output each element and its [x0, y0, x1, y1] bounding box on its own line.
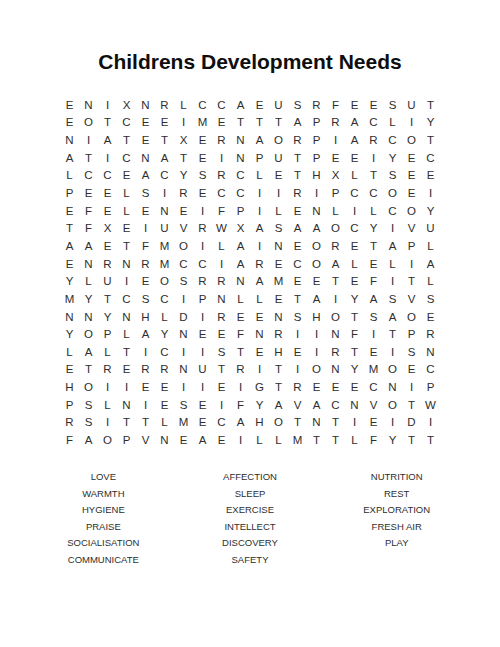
grid-cell-r15c16[interactable]: T	[345, 343, 364, 361]
grid-cell-r6c17[interactable]: C	[364, 184, 383, 202]
grid-cell-r7c11[interactable]: I	[250, 202, 269, 220]
grid-cell-r17c10[interactable]: I	[231, 378, 250, 396]
grid-cell-r10c5[interactable]: R	[136, 255, 155, 273]
grid-cell-r18c10[interactable]: F	[231, 396, 250, 414]
grid-cell-r13c18[interactable]: A	[383, 308, 402, 326]
grid-cell-r5c1[interactable]: L	[60, 167, 79, 185]
grid-cell-r16c8[interactable]: U	[193, 361, 212, 379]
grid-cell-r18c2[interactable]: S	[79, 396, 98, 414]
grid-cell-r17c5[interactable]: E	[136, 378, 155, 396]
grid-cell-r3c12[interactable]: O	[269, 131, 288, 149]
grid-cell-r2c9[interactable]: E	[212, 114, 231, 132]
grid-cell-r8c13[interactable]: A	[288, 219, 307, 237]
grid-cell-r9c15[interactable]: R	[326, 237, 345, 255]
grid-cell-r1c16[interactable]: E	[345, 96, 364, 114]
grid-cell-r3c1[interactable]: N	[60, 131, 79, 149]
grid-cell-r14c18[interactable]: T	[383, 325, 402, 343]
grid-cell-r20c3[interactable]: O	[98, 431, 117, 449]
grid-cell-r5c4[interactable]: E	[117, 167, 136, 185]
grid-cell-r8c11[interactable]: A	[250, 219, 269, 237]
grid-cell-r16c4[interactable]: E	[117, 361, 136, 379]
grid-cell-r10c6[interactable]: M	[155, 255, 174, 273]
grid-cell-r14c6[interactable]: Y	[155, 325, 174, 343]
grid-cell-r15c6[interactable]: C	[155, 343, 174, 361]
grid-cell-r15c12[interactable]: H	[269, 343, 288, 361]
grid-cell-r8c4[interactable]: E	[117, 219, 136, 237]
grid-cell-r17c17[interactable]: C	[364, 378, 383, 396]
grid-cell-r17c11[interactable]: G	[250, 378, 269, 396]
grid-cell-r17c9[interactable]: E	[212, 378, 231, 396]
grid-cell-r6c14[interactable]: I	[307, 184, 326, 202]
grid-cell-r16c10[interactable]: R	[231, 361, 250, 379]
grid-cell-r5c2[interactable]: C	[79, 167, 98, 185]
grid-cell-r7c13[interactable]: E	[288, 202, 307, 220]
grid-cell-r5c11[interactable]: L	[250, 167, 269, 185]
grid-cell-r20c19[interactable]: T	[402, 431, 421, 449]
grid-cell-r17c12[interactable]: T	[269, 378, 288, 396]
grid-cell-r20c1[interactable]: F	[60, 431, 79, 449]
grid-cell-r2c5[interactable]: E	[136, 114, 155, 132]
grid-cell-r1c12[interactable]: U	[269, 96, 288, 114]
grid-cell-r1c9[interactable]: C	[212, 96, 231, 114]
grid-cell-r7c15[interactable]: L	[326, 202, 345, 220]
grid-cell-r14c14[interactable]: I	[307, 325, 326, 343]
grid-cell-r9c6[interactable]: M	[155, 237, 174, 255]
grid-cell-r18c19[interactable]: T	[402, 396, 421, 414]
grid-cell-r16c3[interactable]: R	[98, 361, 117, 379]
grid-cell-r10c1[interactable]: E	[60, 255, 79, 273]
grid-cell-r8c5[interactable]: I	[136, 219, 155, 237]
grid-cell-r1c10[interactable]: A	[231, 96, 250, 114]
grid-cell-r9c18[interactable]: A	[383, 237, 402, 255]
grid-cell-r14c19[interactable]: P	[402, 325, 421, 343]
grid-cell-r2c10[interactable]: T	[231, 114, 250, 132]
grid-cell-r18c1[interactable]: P	[60, 396, 79, 414]
grid-cell-r12c7[interactable]: I	[174, 290, 193, 308]
grid-cell-r6c5[interactable]: S	[136, 184, 155, 202]
grid-cell-r12c12[interactable]: E	[269, 290, 288, 308]
grid-cell-r10c19[interactable]: I	[402, 255, 421, 273]
grid-cell-r10c7[interactable]: C	[174, 255, 193, 273]
grid-cell-r2c3[interactable]: T	[98, 114, 117, 132]
grid-cell-r7c19[interactable]: O	[402, 202, 421, 220]
grid-cell-r18c11[interactable]: Y	[250, 396, 269, 414]
grid-cell-r6c6[interactable]: I	[155, 184, 174, 202]
grid-cell-r8c17[interactable]: Y	[364, 219, 383, 237]
grid-cell-r4c10[interactable]: N	[231, 149, 250, 167]
grid-cell-r4c17[interactable]: I	[364, 149, 383, 167]
grid-cell-r14c16[interactable]: F	[345, 325, 364, 343]
grid-cell-r5c10[interactable]: C	[231, 167, 250, 185]
grid-cell-r15c4[interactable]: T	[117, 343, 136, 361]
grid-cell-r20c7[interactable]: E	[174, 431, 193, 449]
grid-cell-r15c8[interactable]: I	[193, 343, 212, 361]
grid-cell-r15c13[interactable]: E	[288, 343, 307, 361]
grid-cell-r20c4[interactable]: P	[117, 431, 136, 449]
grid-cell-r8c15[interactable]: O	[326, 219, 345, 237]
grid-cell-r1c6[interactable]: R	[155, 96, 174, 114]
grid-cell-r19c17[interactable]: E	[364, 414, 383, 432]
grid-cell-r18c18[interactable]: O	[383, 396, 402, 414]
grid-cell-r14c11[interactable]: N	[250, 325, 269, 343]
grid-cell-r2c2[interactable]: O	[79, 114, 98, 132]
grid-cell-r9c1[interactable]: A	[60, 237, 79, 255]
grid-cell-r12c19[interactable]: V	[402, 290, 421, 308]
grid-cell-r15c2[interactable]: A	[79, 343, 98, 361]
grid-cell-r4c1[interactable]: A	[60, 149, 79, 167]
grid-cell-r4c4[interactable]: C	[117, 149, 136, 167]
grid-cell-r3c19[interactable]: O	[402, 131, 421, 149]
grid-cell-r3c14[interactable]: P	[307, 131, 326, 149]
grid-cell-r11c2[interactable]: L	[79, 272, 98, 290]
grid-cell-r17c8[interactable]: I	[193, 378, 212, 396]
grid-cell-r6c9[interactable]: C	[212, 184, 231, 202]
grid-cell-r12c11[interactable]: L	[250, 290, 269, 308]
grid-cell-r4c18[interactable]: Y	[383, 149, 402, 167]
grid-cell-r16c5[interactable]: R	[136, 361, 155, 379]
grid-cell-r18c13[interactable]: V	[288, 396, 307, 414]
grid-cell-r6c16[interactable]: C	[345, 184, 364, 202]
grid-cell-r7c1[interactable]: E	[60, 202, 79, 220]
grid-cell-r19c2[interactable]: S	[79, 414, 98, 432]
grid-cell-r3c9[interactable]: R	[212, 131, 231, 149]
grid-cell-r4c16[interactable]: E	[345, 149, 364, 167]
grid-cell-r2c12[interactable]: T	[269, 114, 288, 132]
grid-cell-r19c14[interactable]: N	[307, 414, 326, 432]
grid-cell-r3c8[interactable]: E	[193, 131, 212, 149]
grid-cell-r3c13[interactable]: R	[288, 131, 307, 149]
grid-cell-r19c16[interactable]: I	[345, 414, 364, 432]
grid-cell-r19c3[interactable]: I	[98, 414, 117, 432]
grid-cell-r13c6[interactable]: L	[155, 308, 174, 326]
grid-cell-r6c7[interactable]: R	[174, 184, 193, 202]
grid-cell-r16c7[interactable]: N	[174, 361, 193, 379]
grid-cell-r7c17[interactable]: L	[364, 202, 383, 220]
grid-cell-r7c16[interactable]: I	[345, 202, 364, 220]
grid-cell-r11c10[interactable]: N	[231, 272, 250, 290]
grid-cell-r11c1[interactable]: Y	[60, 272, 79, 290]
grid-cell-r20c17[interactable]: F	[364, 431, 383, 449]
grid-cell-r1c17[interactable]: E	[364, 96, 383, 114]
grid-cell-r9c5[interactable]: F	[136, 237, 155, 255]
grid-cell-r13c8[interactable]: I	[193, 308, 212, 326]
grid-cell-r19c13[interactable]: T	[288, 414, 307, 432]
grid-cell-r4c15[interactable]: E	[326, 149, 345, 167]
grid-cell-r20c20[interactable]: T	[421, 431, 440, 449]
grid-cell-r18c4[interactable]: N	[117, 396, 136, 414]
grid-cell-r10c13[interactable]: C	[288, 255, 307, 273]
grid-cell-r9c9[interactable]: L	[212, 237, 231, 255]
grid-cell-r14c15[interactable]: N	[326, 325, 345, 343]
grid-cell-r4c14[interactable]: P	[307, 149, 326, 167]
grid-cell-r11c11[interactable]: A	[250, 272, 269, 290]
grid-cell-r20c18[interactable]: Y	[383, 431, 402, 449]
grid-cell-r13c4[interactable]: N	[117, 308, 136, 326]
grid-cell-r5c20[interactable]: E	[421, 167, 440, 185]
grid-cell-r10c3[interactable]: R	[98, 255, 117, 273]
grid-cell-r1c14[interactable]: R	[307, 96, 326, 114]
grid-cell-r1c8[interactable]: C	[193, 96, 212, 114]
grid-cell-r12c17[interactable]: A	[364, 290, 383, 308]
grid-cell-r3c17[interactable]: R	[364, 131, 383, 149]
grid-cell-r20c8[interactable]: A	[193, 431, 212, 449]
grid-cell-r3c16[interactable]: A	[345, 131, 364, 149]
grid-cell-r5c5[interactable]: A	[136, 167, 155, 185]
grid-cell-r8c10[interactable]: X	[231, 219, 250, 237]
grid-cell-r9c13[interactable]: E	[288, 237, 307, 255]
grid-cell-r7c6[interactable]: N	[155, 202, 174, 220]
grid-cell-r19c4[interactable]: T	[117, 414, 136, 432]
grid-cell-r14c7[interactable]: N	[174, 325, 193, 343]
grid-cell-r9c10[interactable]: A	[231, 237, 250, 255]
grid-cell-r7c5[interactable]: E	[136, 202, 155, 220]
grid-cell-r4c11[interactable]: P	[250, 149, 269, 167]
grid-cell-r8c9[interactable]: W	[212, 219, 231, 237]
grid-cell-r9c17[interactable]: T	[364, 237, 383, 255]
grid-cell-r12c18[interactable]: S	[383, 290, 402, 308]
grid-cell-r20c16[interactable]: L	[345, 431, 364, 449]
grid-cell-r7c4[interactable]: L	[117, 202, 136, 220]
grid-cell-r13c9[interactable]: R	[212, 308, 231, 326]
grid-cell-r3c5[interactable]: E	[136, 131, 155, 149]
grid-cell-r8c16[interactable]: C	[345, 219, 364, 237]
grid-cell-r9c12[interactable]: N	[269, 237, 288, 255]
grid-cell-r13c10[interactable]: E	[231, 308, 250, 326]
grid-cell-r11c16[interactable]: E	[345, 272, 364, 290]
grid-cell-r5c3[interactable]: C	[98, 167, 117, 185]
grid-cell-r18c7[interactable]: S	[174, 396, 193, 414]
grid-cell-r18c3[interactable]: L	[98, 396, 117, 414]
grid-cell-r12c20[interactable]: S	[421, 290, 440, 308]
grid-cell-r20c14[interactable]: T	[307, 431, 326, 449]
grid-cell-r2c11[interactable]: T	[250, 114, 269, 132]
grid-cell-r16c1[interactable]: E	[60, 361, 79, 379]
grid-cell-r11c13[interactable]: E	[288, 272, 307, 290]
grid-cell-r12c6[interactable]: C	[155, 290, 174, 308]
grid-cell-r15c18[interactable]: I	[383, 343, 402, 361]
grid-cell-r18c14[interactable]: A	[307, 396, 326, 414]
grid-cell-r18c9[interactable]: I	[212, 396, 231, 414]
grid-cell-r16c17[interactable]: M	[364, 361, 383, 379]
grid-cell-r3c2[interactable]: I	[79, 131, 98, 149]
grid-cell-r12c2[interactable]: Y	[79, 290, 98, 308]
grid-cell-r18c17[interactable]: V	[364, 396, 383, 414]
grid-cell-r6c2[interactable]: E	[79, 184, 98, 202]
grid-cell-r14c20[interactable]: R	[421, 325, 440, 343]
grid-cell-r17c20[interactable]: P	[421, 378, 440, 396]
grid-cell-r18c15[interactable]: C	[326, 396, 345, 414]
grid-cell-r16c2[interactable]: T	[79, 361, 98, 379]
grid-cell-r15c9[interactable]: S	[212, 343, 231, 361]
grid-cell-r1c18[interactable]: S	[383, 96, 402, 114]
grid-cell-r20c6[interactable]: N	[155, 431, 174, 449]
grid-cell-r19c5[interactable]: T	[136, 414, 155, 432]
grid-cell-r1c2[interactable]: N	[79, 96, 98, 114]
grid-cell-r2c19[interactable]: I	[402, 114, 421, 132]
grid-cell-r12c1[interactable]: M	[60, 290, 79, 308]
grid-cell-r18c6[interactable]: E	[155, 396, 174, 414]
grid-cell-r5c17[interactable]: T	[364, 167, 383, 185]
grid-cell-r5c18[interactable]: S	[383, 167, 402, 185]
grid-cell-r12c3[interactable]: T	[98, 290, 117, 308]
grid-cell-r13c19[interactable]: O	[402, 308, 421, 326]
grid-cell-r6c20[interactable]: I	[421, 184, 440, 202]
grid-cell-r15c11[interactable]: E	[250, 343, 269, 361]
grid-cell-r10c2[interactable]: N	[79, 255, 98, 273]
grid-cell-r8c1[interactable]: T	[60, 219, 79, 237]
grid-cell-r11c17[interactable]: F	[364, 272, 383, 290]
grid-cell-r14c5[interactable]: A	[136, 325, 155, 343]
grid-cell-r13c13[interactable]: S	[288, 308, 307, 326]
grid-cell-r13c16[interactable]: T	[345, 308, 364, 326]
grid-cell-r8c20[interactable]: U	[421, 219, 440, 237]
grid-cell-r3c20[interactable]: T	[421, 131, 440, 149]
grid-cell-r13c14[interactable]: H	[307, 308, 326, 326]
grid-cell-r2c1[interactable]: E	[60, 114, 79, 132]
grid-cell-r2c18[interactable]: L	[383, 114, 402, 132]
grid-cell-r2c13[interactable]: A	[288, 114, 307, 132]
grid-cell-r6c18[interactable]: O	[383, 184, 402, 202]
grid-cell-r14c2[interactable]: O	[79, 325, 98, 343]
grid-cell-r12c14[interactable]: A	[307, 290, 326, 308]
grid-cell-r6c3[interactable]: E	[98, 184, 117, 202]
grid-cell-r16c19[interactable]: E	[402, 361, 421, 379]
grid-cell-r12c9[interactable]: N	[212, 290, 231, 308]
grid-cell-r2c6[interactable]: E	[155, 114, 174, 132]
grid-cell-r12c5[interactable]: S	[136, 290, 155, 308]
grid-cell-r5c7[interactable]: Y	[174, 167, 193, 185]
grid-cell-r8c8[interactable]: R	[193, 219, 212, 237]
grid-cell-r11c5[interactable]: E	[136, 272, 155, 290]
grid-cell-r16c9[interactable]: T	[212, 361, 231, 379]
grid-cell-r19c19[interactable]: D	[402, 414, 421, 432]
grid-cell-r5c6[interactable]: C	[155, 167, 174, 185]
grid-cell-r10c4[interactable]: N	[117, 255, 136, 273]
grid-cell-r7c12[interactable]: L	[269, 202, 288, 220]
grid-cell-r9c2[interactable]: A	[79, 237, 98, 255]
grid-cell-r15c20[interactable]: N	[421, 343, 440, 361]
grid-cell-r12c15[interactable]: I	[326, 290, 345, 308]
grid-cell-r13c20[interactable]: E	[421, 308, 440, 326]
grid-cell-r9c8[interactable]: I	[193, 237, 212, 255]
grid-cell-r19c20[interactable]: I	[421, 414, 440, 432]
grid-cell-r1c13[interactable]: S	[288, 96, 307, 114]
grid-cell-r15c10[interactable]: T	[231, 343, 250, 361]
grid-cell-r8c12[interactable]: S	[269, 219, 288, 237]
grid-cell-r3c11[interactable]: A	[250, 131, 269, 149]
grid-cell-r3c7[interactable]: X	[174, 131, 193, 149]
grid-cell-r6c8[interactable]: E	[193, 184, 212, 202]
grid-cell-r2c8[interactable]: M	[193, 114, 212, 132]
grid-cell-r10c14[interactable]: O	[307, 255, 326, 273]
grid-cell-r7c18[interactable]: C	[383, 202, 402, 220]
grid-cell-r4c3[interactable]: I	[98, 149, 117, 167]
grid-cell-r10c12[interactable]: E	[269, 255, 288, 273]
grid-cell-r14c13[interactable]: I	[288, 325, 307, 343]
grid-cell-r7c8[interactable]: I	[193, 202, 212, 220]
grid-cell-r12c4[interactable]: C	[117, 290, 136, 308]
grid-cell-r11c7[interactable]: S	[174, 272, 193, 290]
grid-cell-r17c13[interactable]: R	[288, 378, 307, 396]
grid-cell-r4c20[interactable]: C	[421, 149, 440, 167]
grid-cell-r14c17[interactable]: I	[364, 325, 383, 343]
grid-cell-r19c12[interactable]: O	[269, 414, 288, 432]
grid-cell-r20c13[interactable]: M	[288, 431, 307, 449]
grid-cell-r4c7[interactable]: T	[174, 149, 193, 167]
grid-cell-r4c8[interactable]: E	[193, 149, 212, 167]
grid-cell-r19c15[interactable]: T	[326, 414, 345, 432]
grid-cell-r12c10[interactable]: L	[231, 290, 250, 308]
grid-cell-r10c9[interactable]: I	[212, 255, 231, 273]
grid-cell-r1c7[interactable]: L	[174, 96, 193, 114]
grid-cell-r1c3[interactable]: I	[98, 96, 117, 114]
grid-cell-r17c14[interactable]: E	[307, 378, 326, 396]
grid-cell-r3c15[interactable]: I	[326, 131, 345, 149]
grid-cell-r6c4[interactable]: L	[117, 184, 136, 202]
grid-cell-r17c7[interactable]: I	[174, 378, 193, 396]
grid-cell-r15c15[interactable]: R	[326, 343, 345, 361]
grid-cell-r2c17[interactable]: C	[364, 114, 383, 132]
grid-cell-r17c19[interactable]: I	[402, 378, 421, 396]
grid-cell-r17c16[interactable]: E	[345, 378, 364, 396]
grid-cell-r1c1[interactable]: E	[60, 96, 79, 114]
grid-cell-r15c7[interactable]: I	[174, 343, 193, 361]
grid-cell-r11c4[interactable]: I	[117, 272, 136, 290]
grid-cell-r13c3[interactable]: Y	[98, 308, 117, 326]
grid-cell-r19c11[interactable]: H	[250, 414, 269, 432]
grid-cell-r19c10[interactable]: A	[231, 414, 250, 432]
grid-cell-r7c2[interactable]: F	[79, 202, 98, 220]
grid-cell-r7c10[interactable]: P	[231, 202, 250, 220]
grid-cell-r15c19[interactable]: S	[402, 343, 421, 361]
grid-cell-r14c3[interactable]: P	[98, 325, 117, 343]
grid-cell-r9c20[interactable]: L	[421, 237, 440, 255]
grid-cell-r19c6[interactable]: L	[155, 414, 174, 432]
grid-cell-r2c14[interactable]: P	[307, 114, 326, 132]
grid-cell-r15c3[interactable]: L	[98, 343, 117, 361]
grid-cell-r10c20[interactable]: A	[421, 255, 440, 273]
grid-cell-r16c11[interactable]: I	[250, 361, 269, 379]
grid-cell-r16c18[interactable]: O	[383, 361, 402, 379]
grid-cell-r16c6[interactable]: R	[155, 361, 174, 379]
grid-cell-r11c3[interactable]: U	[98, 272, 117, 290]
grid-cell-r1c5[interactable]: N	[136, 96, 155, 114]
grid-cell-r14c12[interactable]: R	[269, 325, 288, 343]
grid-cell-r7c3[interactable]: E	[98, 202, 117, 220]
grid-cell-r8c3[interactable]: X	[98, 219, 117, 237]
grid-cell-r5c8[interactable]: S	[193, 167, 212, 185]
grid-cell-r5c12[interactable]: E	[269, 167, 288, 185]
grid-cell-r14c4[interactable]: L	[117, 325, 136, 343]
grid-cell-r10c11[interactable]: R	[250, 255, 269, 273]
grid-cell-r13c2[interactable]: N	[79, 308, 98, 326]
grid-cell-r15c17[interactable]: E	[364, 343, 383, 361]
grid-cell-r20c5[interactable]: V	[136, 431, 155, 449]
grid-cell-r4c12[interactable]: U	[269, 149, 288, 167]
grid-cell-r8c2[interactable]: F	[79, 219, 98, 237]
grid-cell-r3c6[interactable]: T	[155, 131, 174, 149]
grid-cell-r13c12[interactable]: N	[269, 308, 288, 326]
grid-cell-r19c8[interactable]: E	[193, 414, 212, 432]
grid-cell-r20c11[interactable]: L	[250, 431, 269, 449]
grid-cell-r11c6[interactable]: O	[155, 272, 174, 290]
grid-cell-r18c8[interactable]: E	[193, 396, 212, 414]
grid-cell-r11c20[interactable]: L	[421, 272, 440, 290]
grid-cell-r9c7[interactable]: O	[174, 237, 193, 255]
grid-cell-r11c9[interactable]: R	[212, 272, 231, 290]
grid-cell-r5c16[interactable]: L	[345, 167, 364, 185]
grid-cell-r8c14[interactable]: A	[307, 219, 326, 237]
